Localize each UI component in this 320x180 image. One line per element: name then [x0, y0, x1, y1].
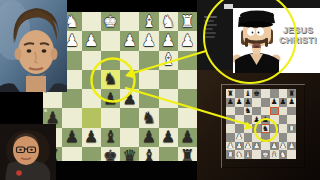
retro-square-c5	[244, 115, 253, 124]
black-pawn: ♟	[103, 91, 117, 107]
retro-square-g5	[279, 115, 288, 124]
white-pawn: ♟	[236, 142, 243, 150]
retro-chess-computer: ♜♝♚♜♟♟♟♟♟♟♞♟♟♞♜♟♟♟♟♟♟♟♟♜♞♝♚♝♞	[221, 84, 305, 168]
black-pawn: ♟	[280, 98, 287, 106]
retro-square-a2: ♟	[226, 142, 235, 151]
retro-square-e3	[261, 133, 270, 142]
white-knight: ♞	[161, 14, 175, 30]
caption-line-1: JESUS	[277, 25, 319, 35]
black-pawn: ♟	[236, 98, 243, 106]
square-b4[interactable]	[159, 70, 178, 89]
black-knight: ♞	[245, 107, 252, 115]
square-e4[interactable]: ♞	[101, 70, 120, 89]
move-list-line	[204, 36, 215, 38]
retro-board: ♜♝♚♜♟♟♟♟♟♟♞♟♟♞♜♟♟♟♟♟♟♟♟♜♞♝♚♝♞	[226, 89, 296, 159]
square-b2[interactable]: ♟	[159, 31, 178, 50]
square-a1[interactable]: ♜	[178, 12, 197, 31]
black-pawn: ♟	[262, 116, 269, 124]
square-d4[interactable]	[120, 70, 139, 89]
retro-square-c4	[244, 124, 253, 133]
square-a3[interactable]	[178, 51, 197, 70]
white-pawn: ♟	[280, 142, 287, 150]
square-e6[interactable]	[101, 108, 120, 127]
white-knight: ♞	[280, 151, 287, 159]
retro-square-f7: ♟	[270, 98, 279, 107]
player-photo	[0, 0, 67, 92]
retro-square-h7: ♟	[287, 98, 296, 107]
square-d1[interactable]	[120, 12, 139, 31]
retro-square-e5: ♟	[261, 115, 270, 124]
black-pawn: ♟	[253, 116, 260, 124]
square-e2[interactable]	[101, 31, 120, 50]
retro-square-h5	[287, 115, 296, 124]
retro-square-d1	[252, 150, 261, 159]
move-list-line	[204, 20, 214, 22]
square-a2[interactable]: ♟	[178, 31, 197, 50]
bottom-letterbox	[43, 161, 197, 180]
black-knight: ♞	[142, 110, 156, 126]
retro-square-g4	[279, 124, 288, 133]
retro-square-h6	[287, 107, 296, 116]
retro-square-d4	[252, 124, 261, 133]
retro-square-h1	[287, 150, 296, 159]
square-d2[interactable]: ♟	[120, 31, 139, 50]
white-rook: ♜	[227, 151, 234, 159]
retro-square-e7	[261, 98, 270, 107]
retro-square-b2: ♟	[235, 142, 244, 151]
square-c1[interactable]: ♝	[139, 12, 158, 31]
retro-square-d5: ♟	[252, 115, 261, 124]
retro-square-a6	[226, 107, 235, 116]
retro-square-f1: ♝	[270, 150, 279, 159]
square-a6[interactable]	[178, 108, 197, 127]
black-pawn: ♟	[84, 129, 98, 145]
retro-square-e6	[261, 107, 270, 116]
square-f2[interactable]: ♟	[82, 31, 101, 50]
caption-line-2: CHRIST!	[277, 35, 319, 45]
white-pawn: ♟	[236, 133, 243, 141]
black-pawn: ♟	[142, 129, 156, 145]
retro-square-h2: ♟	[287, 142, 296, 151]
panel-ui-chip	[224, 4, 233, 9]
video-frame: ♜1♞♚♝♞♜♟2♟♟♟♟♟♟3♝4♞5♟♟♟6♞7♟♟♝♟♟♟♜8hgf♚e♛…	[0, 0, 320, 180]
square-c4[interactable]	[139, 70, 158, 89]
caption-text: JESUS CHRIST!	[277, 25, 319, 46]
square-b5[interactable]	[159, 89, 178, 108]
retro-square-d6	[252, 107, 261, 116]
white-pawn: ♟	[142, 33, 156, 49]
square-f7[interactable]: ♟	[82, 128, 101, 147]
white-pawn: ♟	[253, 142, 260, 150]
retro-square-d2: ♟	[252, 142, 261, 151]
square-c5[interactable]	[139, 89, 158, 108]
white-pawn: ♟	[245, 142, 252, 150]
square-b1[interactable]: ♞	[159, 12, 178, 31]
square-e5[interactable]: ♟	[101, 89, 120, 108]
retro-square-f6	[270, 107, 279, 116]
white-bishop: ♝	[271, 151, 278, 159]
white-pawn: ♟	[271, 142, 278, 150]
move-list[interactable]	[204, 16, 217, 38]
white-rook: ♜	[180, 14, 194, 30]
black-pawn: ♟	[271, 98, 278, 106]
retro-square-d8: ♚	[252, 89, 261, 98]
white-pawn: ♟	[161, 33, 175, 49]
square-c7[interactable]: ♟	[139, 128, 158, 147]
white-rook: ♜	[288, 125, 295, 133]
retro-square-h4: ♜	[287, 124, 296, 133]
retro-square-d7	[252, 98, 261, 107]
white-king: ♚	[103, 14, 117, 30]
square-d5[interactable]: ♟	[120, 89, 139, 108]
white-pawn: ♟	[180, 33, 194, 49]
square-a7[interactable]: ♟	[178, 128, 197, 147]
black-pawn: ♟	[180, 129, 194, 145]
retro-square-g6	[279, 107, 288, 116]
white-bishop: ♝	[142, 14, 156, 30]
square-c3[interactable]	[139, 51, 158, 70]
square-a4[interactable]	[178, 70, 197, 89]
square-f1[interactable]	[82, 12, 101, 31]
white-pawn: ♟	[84, 33, 98, 49]
retro-square-f4	[270, 124, 279, 133]
streamer-portrait-art	[0, 124, 56, 180]
retro-square-a4	[226, 124, 235, 133]
white-pawn: ♟	[227, 142, 234, 150]
square-b7[interactable]: ♟	[159, 128, 178, 147]
retro-square-b1: ♞	[235, 150, 244, 159]
square-b6[interactable]	[159, 108, 178, 127]
retro-square-c1: ♝	[244, 150, 253, 159]
square-a5[interactable]	[178, 89, 197, 108]
black-pawn: ♟	[122, 91, 136, 107]
black-rook: ♜	[227, 90, 234, 98]
square-d3[interactable]	[120, 51, 139, 70]
white-pawn: ♟	[122, 33, 136, 49]
square-c6[interactable]: ♞	[139, 108, 158, 127]
square-f5[interactable]	[82, 89, 101, 108]
retro-square-b7: ♟	[235, 98, 244, 107]
square-g6[interactable]	[62, 108, 81, 127]
square-g7[interactable]: ♟	[62, 128, 81, 147]
square-e7[interactable]: ♝	[101, 128, 120, 147]
white-bishop: ♝	[245, 151, 252, 159]
retro-square-b6	[235, 107, 244, 116]
black-pawn: ♟	[161, 129, 175, 145]
retro-square-f2: ♟	[270, 142, 279, 151]
retro-square-e1: ♚	[261, 150, 270, 159]
retro-square-e4: ♞	[261, 124, 270, 133]
black-bishop: ♝	[103, 129, 117, 145]
black-king: ♚	[253, 90, 260, 98]
retro-square-g7: ♟	[279, 98, 288, 107]
move-list-line	[204, 28, 213, 30]
white-bishop: ♝	[161, 52, 175, 68]
retro-square-a5	[226, 115, 235, 124]
cartoon-reaction-panel: JESUS CHRIST!	[233, 8, 320, 73]
white-king: ♚	[262, 151, 269, 159]
player-portrait-art	[0, 0, 67, 92]
retro-square-e2	[261, 142, 270, 151]
retro-square-f5	[270, 115, 279, 124]
square-d7[interactable]	[120, 128, 139, 147]
retro-square-g1: ♞	[279, 150, 288, 159]
retro-square-c2: ♟	[244, 142, 253, 151]
retro-square-a7: ♟	[226, 98, 235, 107]
square-f6[interactable]	[82, 108, 101, 127]
black-bishop: ♝	[245, 90, 252, 98]
square-c2[interactable]: ♟	[139, 31, 158, 50]
square-e1[interactable]: ♚	[101, 12, 120, 31]
black-pawn: ♟	[245, 98, 252, 106]
move-list-line	[204, 32, 216, 34]
retro-square-b5	[235, 115, 244, 124]
retro-square-c6: ♞	[244, 107, 253, 116]
black-knight: ♞	[103, 71, 117, 87]
white-pawn: ♟	[288, 142, 295, 150]
square-f4[interactable]	[82, 70, 101, 89]
black-pawn: ♟	[227, 98, 234, 106]
black-pawn: ♟	[288, 98, 295, 106]
white-knight: ♞	[236, 151, 243, 159]
square-f3[interactable]	[82, 51, 101, 70]
black-pawn: ♟	[65, 129, 79, 145]
square-b3[interactable]: ♝	[159, 51, 178, 70]
retro-square-a1: ♜	[226, 150, 235, 159]
square-d6[interactable]	[120, 108, 139, 127]
black-rook: ♜	[288, 90, 295, 98]
black-knight: ♞	[262, 125, 269, 133]
retro-square-e8	[261, 89, 270, 98]
retro-square-g2: ♟	[279, 142, 288, 151]
move-list-line	[204, 16, 217, 18]
rank-label: 6	[44, 109, 47, 114]
streamer-webcam	[0, 124, 56, 180]
move-list-line	[204, 24, 217, 26]
square-e3[interactable]	[101, 51, 120, 70]
